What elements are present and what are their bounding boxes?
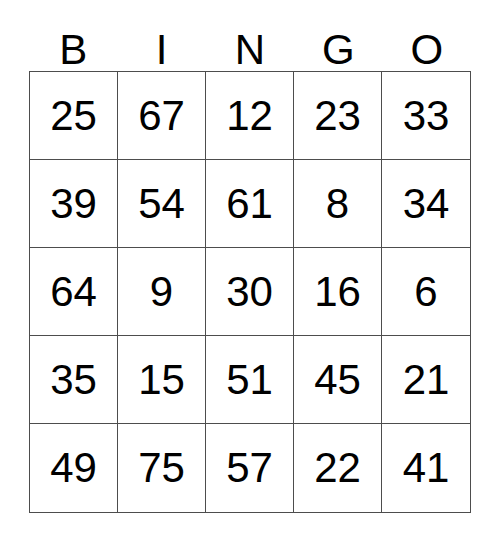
cell-r2c5[interactable]: 34 <box>382 160 470 248</box>
bingo-grid: 25 67 12 23 33 39 54 61 8 34 64 9 30 16 … <box>29 71 471 513</box>
cell-r4c5[interactable]: 21 <box>382 336 470 424</box>
cell-r3c4[interactable]: 16 <box>294 248 382 336</box>
cell-r1c1[interactable]: 25 <box>30 72 118 160</box>
bingo-header-row: B I N G O <box>29 0 471 71</box>
cell-r5c4[interactable]: 22 <box>294 424 382 512</box>
cell-r4c1[interactable]: 35 <box>30 336 118 424</box>
cell-r2c2[interactable]: 54 <box>118 160 206 248</box>
cell-r2c1[interactable]: 39 <box>30 160 118 248</box>
cell-r2c3[interactable]: 61 <box>206 160 294 248</box>
cell-r5c3[interactable]: 57 <box>206 424 294 512</box>
header-letter-n: N <box>206 0 294 71</box>
header-letter-b: B <box>29 0 117 71</box>
cell-r1c4[interactable]: 23 <box>294 72 382 160</box>
cell-r5c2[interactable]: 75 <box>118 424 206 512</box>
cell-r3c1[interactable]: 64 <box>30 248 118 336</box>
cell-r2c4[interactable]: 8 <box>294 160 382 248</box>
cell-r5c5[interactable]: 41 <box>382 424 470 512</box>
cell-r3c3[interactable]: 30 <box>206 248 294 336</box>
cell-r4c4[interactable]: 45 <box>294 336 382 424</box>
header-letter-g: G <box>294 0 382 71</box>
header-letter-o: O <box>383 0 471 71</box>
cell-r3c2[interactable]: 9 <box>118 248 206 336</box>
cell-r4c2[interactable]: 15 <box>118 336 206 424</box>
cell-r3c5[interactable]: 6 <box>382 248 470 336</box>
cell-r4c3[interactable]: 51 <box>206 336 294 424</box>
header-letter-i: I <box>117 0 205 71</box>
cell-r1c2[interactable]: 67 <box>118 72 206 160</box>
cell-r1c5[interactable]: 33 <box>382 72 470 160</box>
bingo-card: B I N G O 25 67 12 23 33 39 54 61 8 34 6… <box>0 0 500 544</box>
cell-r1c3[interactable]: 12 <box>206 72 294 160</box>
cell-r5c1[interactable]: 49 <box>30 424 118 512</box>
